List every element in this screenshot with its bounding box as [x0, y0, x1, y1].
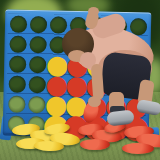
boy-hand-grabbing-disc — [88, 96, 101, 107]
boy-right-shoe — [136, 99, 160, 116]
garden-scene: ●●●●●●●●●●●●●●●● — [0, 0, 160, 160]
boy-left-shoe — [106, 109, 135, 126]
boy-hand-on-top-rail — [88, 7, 99, 16]
boy-player — [0, 0, 160, 160]
